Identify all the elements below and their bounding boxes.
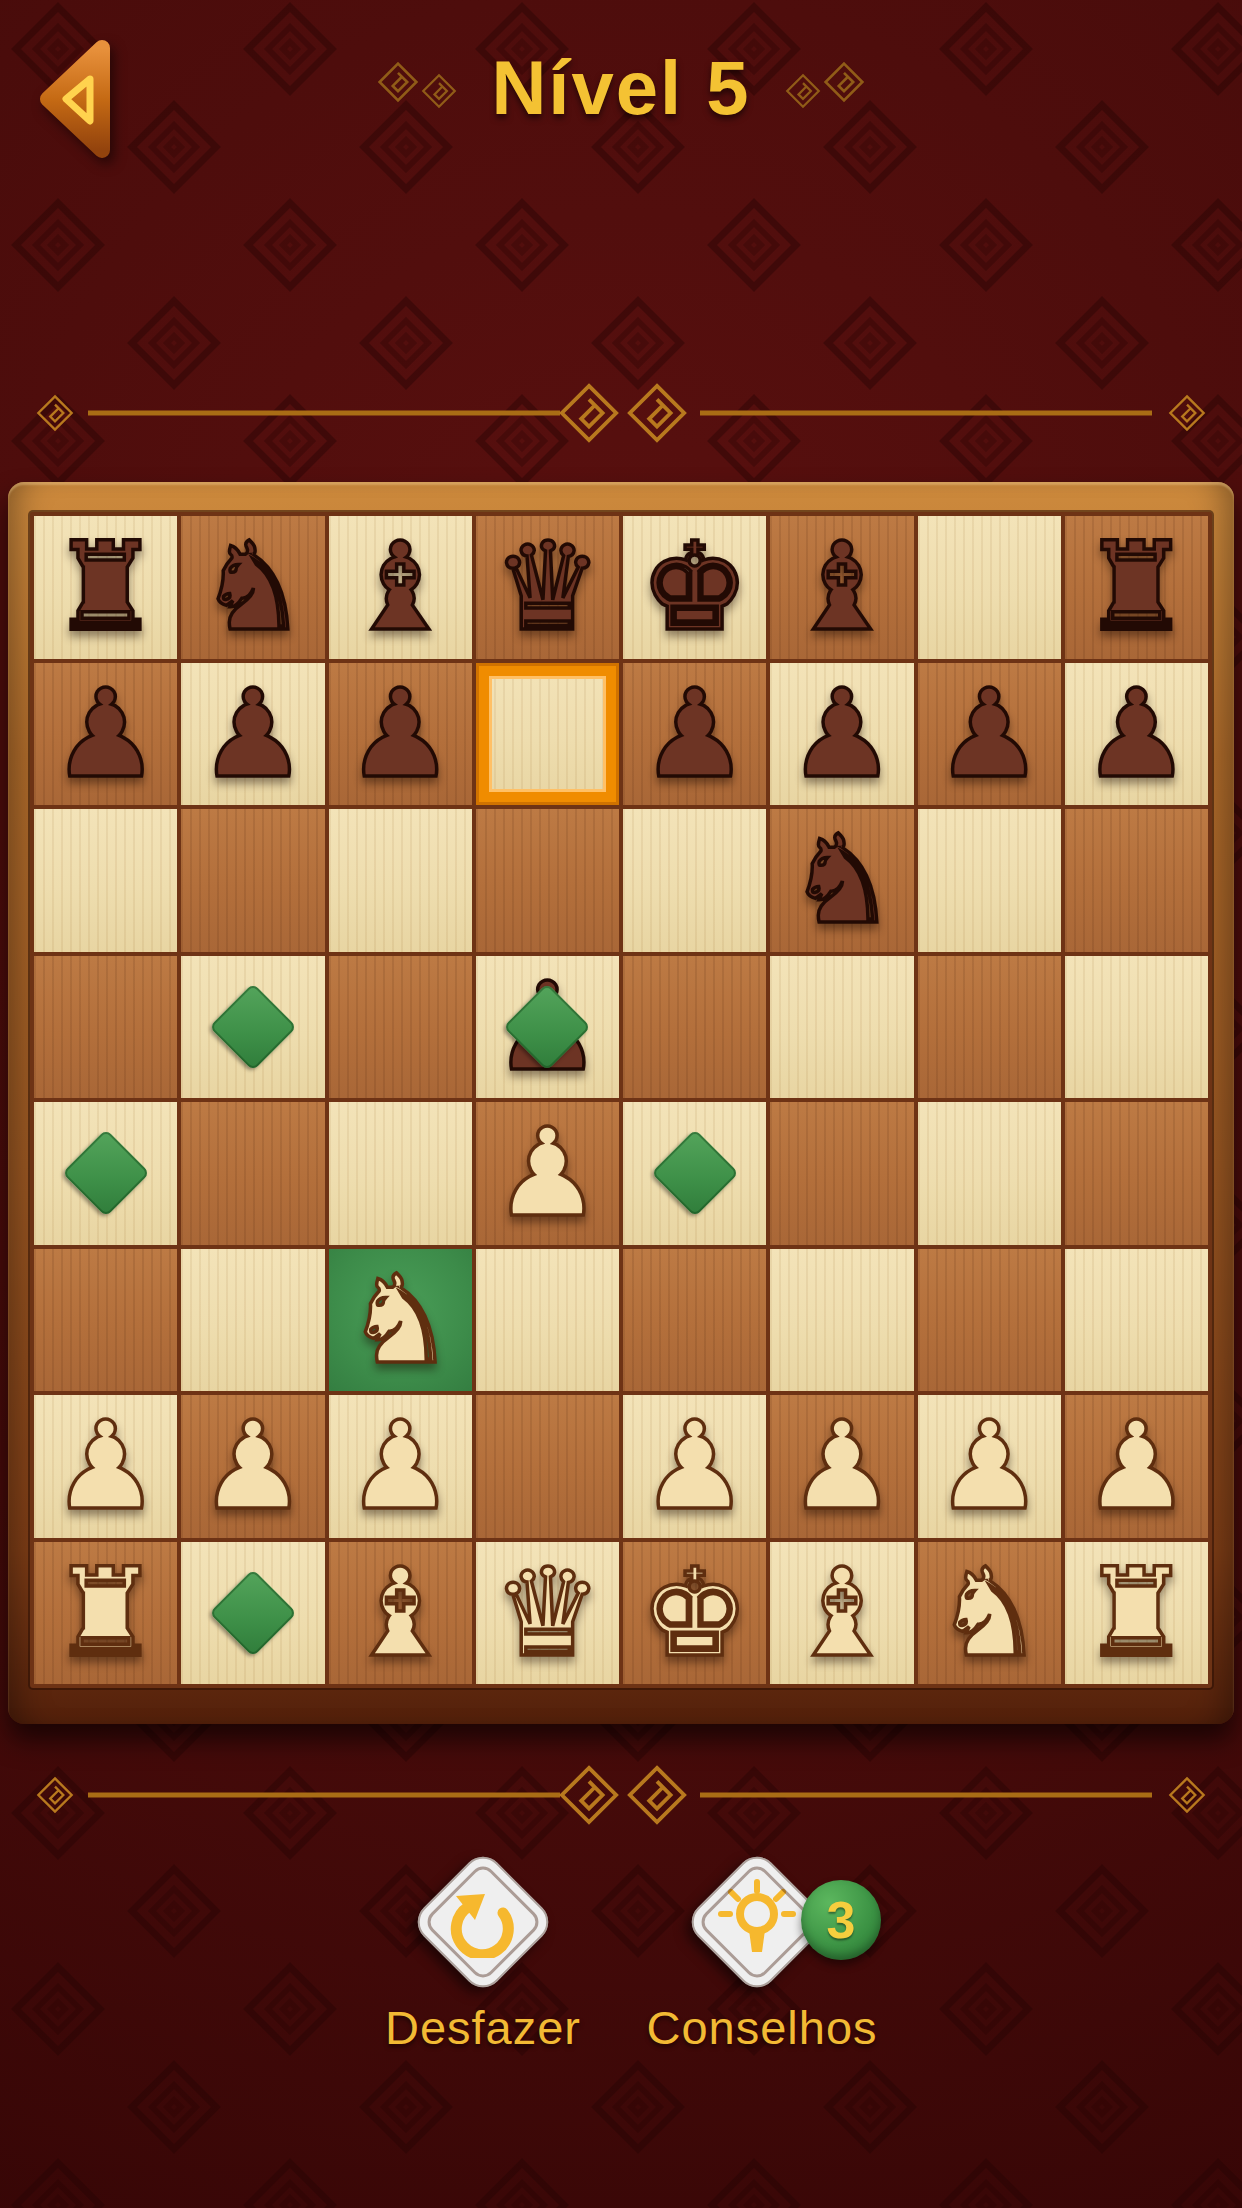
hints-count-badge: 3	[801, 1880, 881, 1960]
square-b4[interactable]	[181, 1102, 324, 1245]
square-g7[interactable]: ♟	[918, 663, 1061, 806]
square-d4[interactable]: ♟	[476, 1102, 619, 1245]
square-a2[interactable]: ♟	[34, 1395, 177, 1538]
piece-white-rook[interactable]: ♜	[1082, 1552, 1191, 1674]
square-f2[interactable]: ♟	[770, 1395, 913, 1538]
page-title: Nível 5	[491, 44, 750, 131]
square-h1[interactable]: ♜	[1065, 1542, 1208, 1685]
chess-game-screen: Nível 5 ♜♞♝♛♚♝♜♟♟♟♟♟♟♟♞♟♟♞♟♟♟♟♟♟♟♜♝♛♚♝♞♜	[0, 0, 1242, 2208]
square-d8[interactable]: ♛	[476, 516, 619, 659]
piece-black-queen[interactable]: ♛	[493, 526, 602, 648]
square-b7[interactable]: ♟	[181, 663, 324, 806]
square-d5[interactable]: ♟	[476, 956, 619, 1099]
square-e4[interactable]	[623, 1102, 766, 1245]
square-c4[interactable]	[329, 1102, 472, 1245]
move-hint-diamond[interactable]	[62, 1129, 150, 1217]
square-c7[interactable]: ♟	[329, 663, 472, 806]
square-g6[interactable]	[918, 809, 1061, 952]
square-f7[interactable]: ♟	[770, 663, 913, 806]
piece-white-king[interactable]: ♚	[640, 1552, 749, 1674]
square-b2[interactable]: ♟	[181, 1395, 324, 1538]
square-e7[interactable]: ♟	[623, 663, 766, 806]
piece-black-pawn[interactable]: ♟	[934, 673, 1043, 795]
square-f8[interactable]: ♝	[770, 516, 913, 659]
square-c8[interactable]: ♝	[329, 516, 472, 659]
square-b3[interactable]	[181, 1249, 324, 1392]
square-a7[interactable]: ♟	[34, 663, 177, 806]
piece-black-bishop[interactable]: ♝	[345, 526, 454, 648]
square-a5[interactable]	[34, 956, 177, 1099]
title-left-ornament-icon	[375, 57, 471, 119]
square-d7[interactable]	[476, 663, 619, 806]
square-g8[interactable]	[918, 516, 1061, 659]
piece-black-pawn[interactable]: ♟	[787, 673, 896, 795]
square-e1[interactable]: ♚	[623, 1542, 766, 1685]
piece-white-rook[interactable]: ♜	[51, 1552, 160, 1674]
piece-white-pawn[interactable]: ♟	[345, 1405, 454, 1527]
piece-white-bishop[interactable]: ♝	[787, 1552, 896, 1674]
chess-board[interactable]: ♜♞♝♛♚♝♜♟♟♟♟♟♟♟♞♟♟♞♟♟♟♟♟♟♟♜♝♛♚♝♞♜	[30, 512, 1212, 1688]
piece-white-knight[interactable]: ♞	[345, 1259, 454, 1381]
square-d2[interactable]	[476, 1395, 619, 1538]
square-h8[interactable]: ♜	[1065, 516, 1208, 659]
square-h5[interactable]	[1065, 956, 1208, 1099]
square-c1[interactable]: ♝	[329, 1542, 472, 1685]
piece-white-pawn[interactable]: ♟	[640, 1405, 749, 1527]
square-c2[interactable]: ♟	[329, 1395, 472, 1538]
square-h6[interactable]	[1065, 809, 1208, 952]
lightbulb-icon	[705, 1870, 809, 1974]
square-f3[interactable]	[770, 1249, 913, 1392]
square-e5[interactable]	[623, 956, 766, 1099]
piece-white-queen[interactable]: ♛	[493, 1552, 602, 1674]
square-a8[interactable]: ♜	[34, 516, 177, 659]
square-e6[interactable]	[623, 809, 766, 952]
bottom-divider	[0, 1750, 1242, 1840]
square-b5[interactable]	[181, 956, 324, 1099]
piece-white-pawn[interactable]: ♟	[51, 1405, 160, 1527]
piece-white-pawn[interactable]: ♟	[1082, 1405, 1191, 1527]
header-title-row: Nível 5	[0, 44, 1242, 131]
square-e8[interactable]: ♚	[623, 516, 766, 659]
square-f5[interactable]	[770, 956, 913, 1099]
piece-white-bishop[interactable]: ♝	[345, 1552, 454, 1674]
square-d6[interactable]	[476, 809, 619, 952]
piece-white-pawn[interactable]: ♟	[198, 1405, 307, 1527]
square-d1[interactable]: ♛	[476, 1542, 619, 1685]
piece-black-king[interactable]: ♚	[640, 526, 749, 648]
piece-black-rook[interactable]: ♜	[51, 526, 160, 648]
square-a4[interactable]	[34, 1102, 177, 1245]
square-a6[interactable]	[34, 809, 177, 952]
square-b6[interactable]	[181, 809, 324, 952]
piece-black-pawn[interactable]: ♟	[1082, 673, 1191, 795]
piece-black-bishop[interactable]: ♝	[787, 526, 896, 648]
move-hint-diamond[interactable]	[209, 983, 297, 1071]
square-a3[interactable]	[34, 1249, 177, 1392]
chess-board-frame: ♜♞♝♛♚♝♜♟♟♟♟♟♟♟♞♟♟♞♟♟♟♟♟♟♟♜♝♛♚♝♞♜	[8, 482, 1234, 1724]
piece-black-pawn[interactable]: ♟	[345, 673, 454, 795]
square-a1[interactable]: ♜	[34, 1542, 177, 1685]
piece-white-pawn[interactable]: ♟	[787, 1405, 896, 1527]
square-f4[interactable]	[770, 1102, 913, 1245]
piece-white-knight[interactable]: ♞	[934, 1552, 1043, 1674]
square-d3[interactable]	[476, 1249, 619, 1392]
move-hint-diamond[interactable]	[651, 1129, 739, 1217]
square-c3[interactable]: ♞	[329, 1249, 472, 1392]
piece-black-pawn[interactable]: ♟	[51, 673, 160, 795]
square-c6[interactable]	[329, 809, 472, 952]
square-e3[interactable]	[623, 1249, 766, 1392]
square-c5[interactable]	[329, 956, 472, 1099]
square-h3[interactable]	[1065, 1249, 1208, 1392]
square-g3[interactable]	[918, 1249, 1061, 1392]
undo-button[interactable]	[409, 1848, 556, 1995]
square-h2[interactable]: ♟	[1065, 1395, 1208, 1538]
square-h7[interactable]: ♟	[1065, 663, 1208, 806]
piece-black-rook[interactable]: ♜	[1082, 526, 1191, 648]
square-b8[interactable]: ♞	[181, 516, 324, 659]
top-divider	[0, 368, 1242, 458]
undo-arrow-icon	[431, 1870, 535, 1974]
piece-white-pawn[interactable]: ♟	[934, 1405, 1043, 1527]
square-b1[interactable]	[181, 1542, 324, 1685]
hints-label: Conselhos	[592, 2000, 932, 2055]
square-f1[interactable]: ♝	[770, 1542, 913, 1685]
square-g4[interactable]	[918, 1102, 1061, 1245]
square-g2[interactable]: ♟	[918, 1395, 1061, 1538]
piece-black-knight[interactable]: ♞	[198, 526, 307, 648]
square-f6[interactable]: ♞	[770, 809, 913, 952]
piece-black-pawn[interactable]: ♟	[640, 673, 749, 795]
square-g1[interactable]: ♞	[918, 1542, 1061, 1685]
piece-white-pawn[interactable]: ♟	[493, 1112, 602, 1234]
square-g5[interactable]	[918, 956, 1061, 1099]
move-hint-diamond[interactable]	[209, 1569, 297, 1657]
piece-black-knight[interactable]: ♞	[787, 819, 896, 941]
square-e2[interactable]: ♟	[623, 1395, 766, 1538]
piece-black-pawn[interactable]: ♟	[198, 673, 307, 795]
square-h4[interactable]	[1065, 1102, 1208, 1245]
title-right-ornament-icon	[771, 57, 867, 119]
